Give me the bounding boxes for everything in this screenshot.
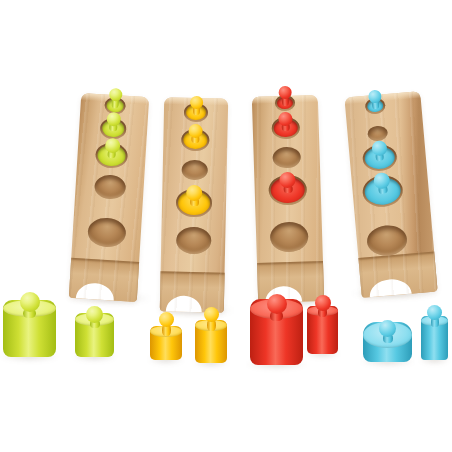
- loose-cylinder-red-large[interactable]: [250, 254, 303, 380]
- knob-ball: [427, 305, 442, 320]
- loose-cylinder-yellow-medium[interactable]: [195, 275, 227, 378]
- knob-ball: [86, 306, 103, 323]
- loose-cylinder-blue-tall[interactable]: [421, 271, 448, 375]
- knob-ball: [190, 96, 203, 109]
- hole-4-5-empty: [366, 224, 408, 257]
- hole-1-5-empty: [87, 216, 127, 247]
- knob-ball: [379, 320, 396, 337]
- hole-3-3-empty: [272, 146, 301, 168]
- knob-ball: [108, 88, 122, 102]
- hole-3-5-empty: [270, 221, 309, 252]
- loose-cylinder-red-tall[interactable]: [307, 261, 338, 369]
- hole-4-2-empty: [367, 125, 388, 142]
- loose-cylinder-yellow-small[interactable]: [150, 281, 182, 375]
- hole-2-3-empty: [182, 160, 208, 181]
- loose-cylinder-green-medium[interactable]: [75, 268, 114, 372]
- hole-2-5-empty: [175, 226, 211, 254]
- knob-ball: [278, 86, 291, 99]
- knob-ball: [267, 294, 287, 314]
- knob-ball: [204, 307, 219, 322]
- knob-ball: [159, 312, 174, 327]
- loose-cylinder-green-large[interactable]: [3, 255, 56, 372]
- knob-ball: [20, 292, 40, 312]
- knob-ball: [104, 138, 120, 154]
- hole-1-4-empty: [93, 174, 125, 200]
- scene: [0, 0, 452, 452]
- loose-cylinder-blue-flat[interactable]: [363, 277, 412, 377]
- knob-ball: [315, 295, 331, 311]
- cylinder-block-blue: [344, 91, 437, 298]
